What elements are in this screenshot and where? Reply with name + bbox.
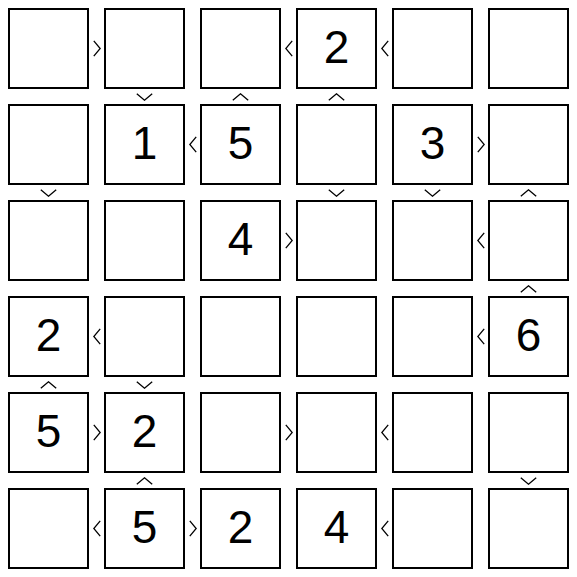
given-digit: 2 [228, 504, 254, 550]
chevron-down-icon [40, 189, 57, 197]
greater-than-icon [477, 136, 485, 153]
ineq-v-c1-r2r3 [40, 189, 57, 197]
chevron-down-icon [136, 381, 153, 389]
given-digit: 4 [324, 504, 350, 550]
ineq-v-c6-r5r6 [520, 477, 537, 485]
cell-r5c2: 2 [104, 392, 185, 473]
chevron-up-icon [232, 93, 249, 101]
ineq-v-c2-r5r6 [136, 477, 153, 485]
given-digit: 2 [324, 24, 350, 70]
cell-r5c3[interactable] [200, 392, 281, 473]
cell-r5c1: 5 [8, 392, 89, 473]
cell-r2c4[interactable] [296, 104, 377, 185]
cell-r6c5[interactable] [392, 488, 473, 569]
ineq-v-c4-r2r3 [328, 189, 345, 197]
cell-r4c4[interactable] [296, 296, 377, 377]
cell-r6c3: 2 [200, 488, 281, 569]
chevron-up-icon [328, 93, 345, 101]
cell-r4c2[interactable] [104, 296, 185, 377]
chevron-up-icon [40, 381, 57, 389]
ineq-h-r1-c1c2 [93, 40, 101, 57]
cell-r6c6[interactable] [488, 488, 569, 569]
cell-r3c4[interactable] [296, 200, 377, 281]
cell-r1c1[interactable] [8, 8, 89, 89]
less-than-icon [381, 424, 389, 441]
cell-r4c6: 6 [488, 296, 569, 377]
cell-r2c2: 1 [104, 104, 185, 185]
cell-r3c1[interactable] [8, 200, 89, 281]
chevron-down-icon [424, 189, 441, 197]
ineq-h-r3-c3c4 [285, 232, 293, 249]
ineq-v-c5-r2r3 [424, 189, 441, 197]
cell-r5c4[interactable] [296, 392, 377, 473]
ineq-v-c4-r1r2 [328, 93, 345, 101]
cell-r5c5[interactable] [392, 392, 473, 473]
greater-than-icon [93, 424, 101, 441]
given-digit: 5 [228, 120, 254, 166]
given-digit: 3 [420, 120, 446, 166]
ineq-h-r2-c2c3 [189, 136, 197, 153]
given-digit: 1 [132, 120, 158, 166]
cell-r2c6[interactable] [488, 104, 569, 185]
cell-r4c1: 2 [8, 296, 89, 377]
ineq-h-r4-c5c6 [477, 328, 485, 345]
less-than-icon [381, 40, 389, 57]
ineq-h-r5-c1c2 [93, 424, 101, 441]
cell-r4c3[interactable] [200, 296, 281, 377]
chevron-down-icon [136, 93, 153, 101]
cell-r4c5[interactable] [392, 296, 473, 377]
given-digit: 2 [36, 312, 62, 358]
ineq-h-r5-c4c5 [381, 424, 389, 441]
ineq-v-c6-r3r4 [520, 285, 537, 293]
less-than-icon [189, 136, 197, 153]
futoshiki-board: 215342652524 [0, 0, 577, 577]
ineq-h-r6-c4c5 [381, 520, 389, 537]
given-digit: 4 [228, 216, 254, 262]
ineq-v-c1-r4r5 [40, 381, 57, 389]
less-than-icon [477, 328, 485, 345]
chevron-down-icon [520, 477, 537, 485]
given-digit: 5 [132, 504, 158, 550]
cell-r6c2: 5 [104, 488, 185, 569]
greater-than-icon [189, 520, 197, 537]
ineq-h-r1-c4c5 [381, 40, 389, 57]
given-digit: 2 [132, 408, 158, 454]
ineq-h-r2-c5c6 [477, 136, 485, 153]
less-than-icon [381, 520, 389, 537]
ineq-h-r3-c5c6 [477, 232, 485, 249]
cell-r1c2[interactable] [104, 8, 185, 89]
chevron-down-icon [328, 189, 345, 197]
less-than-icon [477, 232, 485, 249]
less-than-icon [285, 40, 293, 57]
ineq-h-r6-c2c3 [189, 520, 197, 537]
ineq-h-r6-c1c2 [93, 520, 101, 537]
chevron-up-icon [520, 189, 537, 197]
cell-r6c1[interactable] [8, 488, 89, 569]
cell-r1c4: 2 [296, 8, 377, 89]
ineq-v-c2-r4r5 [136, 381, 153, 389]
ineq-h-r4-c1c2 [93, 328, 101, 345]
ineq-h-r1-c3c4 [285, 40, 293, 57]
cell-r3c3: 4 [200, 200, 281, 281]
cell-r3c2[interactable] [104, 200, 185, 281]
chevron-up-icon [136, 477, 153, 485]
cell-r6c4: 4 [296, 488, 377, 569]
cell-r1c3[interactable] [200, 8, 281, 89]
ineq-v-c6-r2r3 [520, 189, 537, 197]
given-digit: 6 [516, 312, 542, 358]
cell-r3c5[interactable] [392, 200, 473, 281]
greater-than-icon [285, 232, 293, 249]
chevron-up-icon [520, 285, 537, 293]
greater-than-icon [285, 424, 293, 441]
ineq-h-r5-c3c4 [285, 424, 293, 441]
cell-r2c1[interactable] [8, 104, 89, 185]
less-than-icon [93, 520, 101, 537]
greater-than-icon [93, 40, 101, 57]
cell-r1c6[interactable] [488, 8, 569, 89]
cell-r5c6[interactable] [488, 392, 569, 473]
cell-r2c3: 5 [200, 104, 281, 185]
cell-r3c6[interactable] [488, 200, 569, 281]
less-than-icon [93, 328, 101, 345]
ineq-v-c2-r1r2 [136, 93, 153, 101]
cell-r1c5[interactable] [392, 8, 473, 89]
ineq-v-c3-r1r2 [232, 93, 249, 101]
given-digit: 5 [36, 408, 62, 454]
cell-r2c5: 3 [392, 104, 473, 185]
